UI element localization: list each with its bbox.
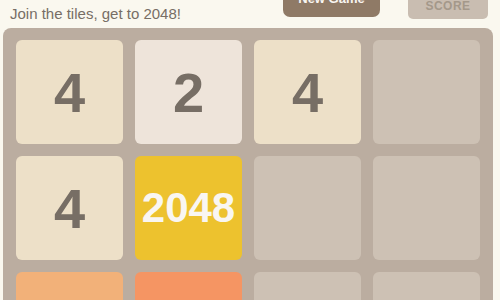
score-label: SCORE [425, 0, 470, 13]
intro-text: Join the tiles, get to 2048! [10, 0, 181, 28]
tile-8: 8 [16, 272, 123, 300]
tile-4: 4 [16, 40, 123, 144]
new-game-button-label: New Game [298, 0, 364, 6]
tile-2048: 2048 [135, 156, 242, 260]
new-game-button[interactable]: New Game [283, 0, 380, 17]
tile-2: 2 [135, 40, 242, 144]
empty-cell [373, 156, 480, 260]
game-screen: Join the tiles, get to 2048! New Game SC… [0, 0, 500, 300]
tile-16: 16 [135, 272, 242, 300]
tile-4: 4 [254, 40, 361, 144]
tile-4: 4 [16, 156, 123, 260]
score-box: SCORE [408, 0, 488, 19]
board-grid[interactable]: 42442048816 [16, 40, 480, 300]
empty-cell [373, 272, 480, 300]
empty-cell [373, 40, 480, 144]
empty-cell [254, 156, 361, 260]
game-board: 42442048816 [3, 28, 493, 300]
empty-cell [254, 272, 361, 300]
